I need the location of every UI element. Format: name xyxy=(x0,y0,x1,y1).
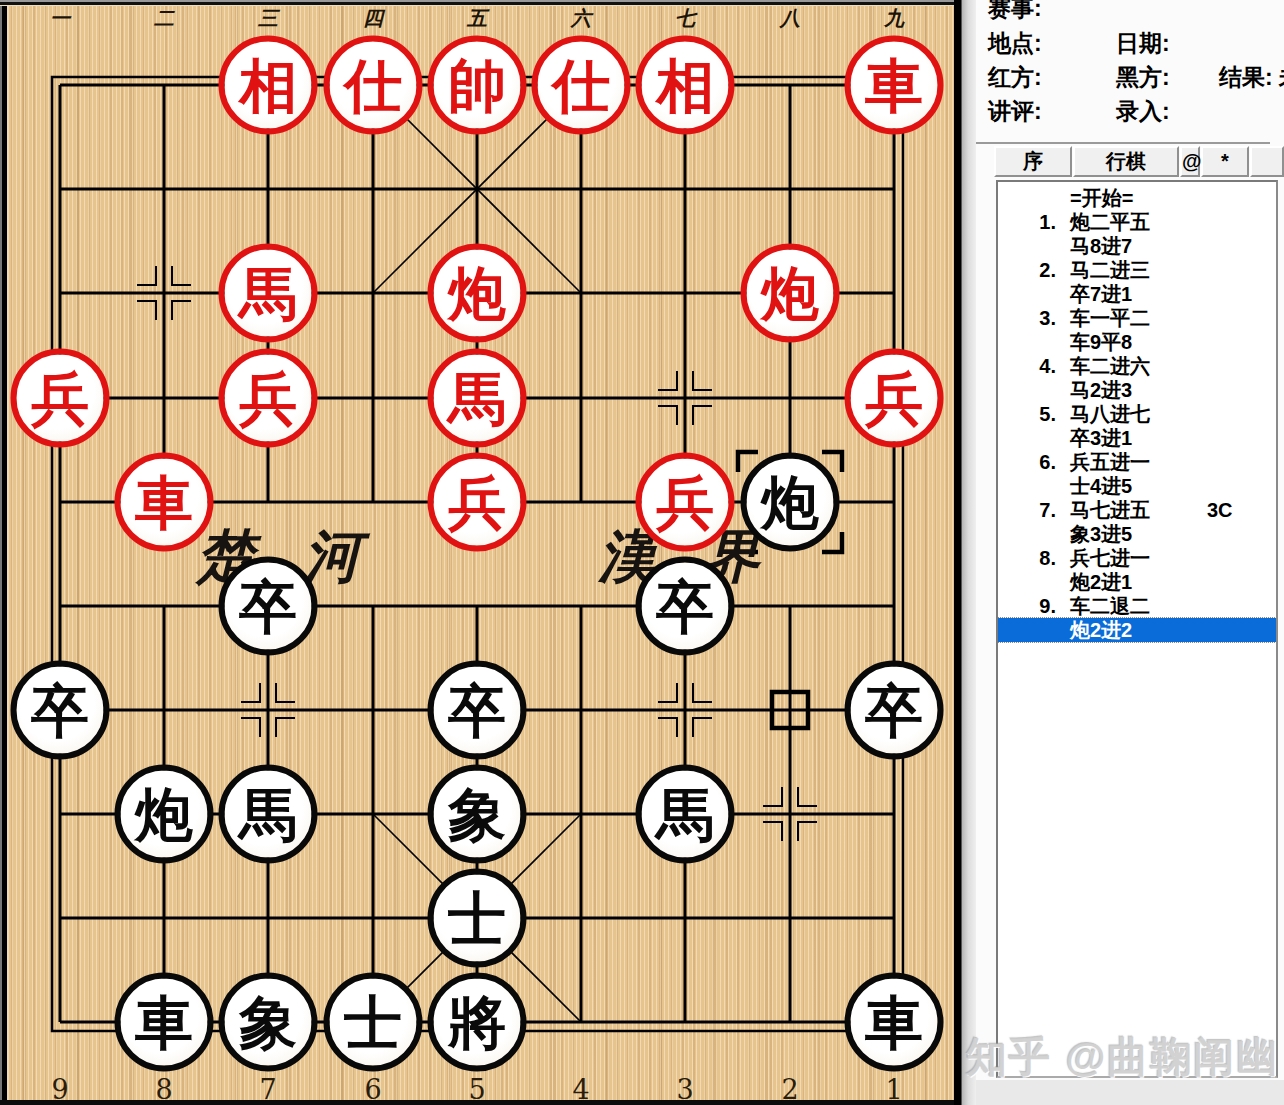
move-text: 马八进七 xyxy=(1070,402,1150,426)
move-text: 炮2进1 xyxy=(1070,570,1132,594)
piece-red-仕[interactable]: 仕 xyxy=(532,36,631,135)
piece-black-卒[interactable]: 卒 xyxy=(11,661,110,760)
piece-red-兵[interactable]: 兵 xyxy=(219,349,318,448)
piece-red-相[interactable]: 相 xyxy=(219,36,318,135)
file-label-1: 一 xyxy=(50,5,70,32)
file-label-8: 八 xyxy=(780,5,800,32)
move-row[interactable]: 5.马八进七 xyxy=(998,402,1276,426)
file-label-5: 五 xyxy=(467,5,487,32)
move-text: 卒7进1 xyxy=(1070,282,1132,306)
piece-red-相[interactable]: 相 xyxy=(636,36,735,135)
move-text: 马2进3 xyxy=(1070,378,1132,402)
piece-black-象[interactable]: 象 xyxy=(428,765,527,864)
piece-red-仕[interactable]: 仕 xyxy=(324,36,423,135)
move-row[interactable]: 1.炮二平五 xyxy=(998,210,1276,234)
move-row[interactable]: 8.兵七进一 xyxy=(998,546,1276,570)
date-label: 日期: xyxy=(1116,28,1170,59)
piece-red-車[interactable]: 車 xyxy=(115,453,214,552)
file-label-4: 四 xyxy=(363,5,383,32)
move-text: 马二进三 xyxy=(1070,258,1150,282)
move-text: 炮二平五 xyxy=(1070,210,1150,234)
piece-black-炮[interactable]: 炮 xyxy=(115,765,214,864)
move-list[interactable]: =开始=1.炮二平五马8进72.马二进三卒7进13.车一平二车9平84.车二进六… xyxy=(996,180,1278,1078)
move-table-header-*[interactable]: * xyxy=(1201,146,1249,177)
event-label: 赛事: xyxy=(988,0,1042,21)
file-label-9: 九 xyxy=(884,5,904,32)
result-label-group: 结果: 未 xyxy=(1219,62,1284,93)
move-row[interactable]: 7.马七进五3C xyxy=(998,498,1276,522)
move-table-header-@[interactable]: @ xyxy=(1180,146,1200,177)
piece-black-士[interactable]: 士 xyxy=(428,869,527,968)
file-label-3: 三 xyxy=(258,5,278,32)
move-text: 兵五进一 xyxy=(1070,450,1150,474)
piece-red-兵[interactable]: 兵 xyxy=(845,349,944,448)
move-number: 1. xyxy=(998,210,1056,234)
piece-red-炮[interactable]: 炮 xyxy=(428,244,527,343)
info-line-site-date: 地点: 日期: xyxy=(988,28,1042,59)
piece-black-炮[interactable]: 炮 xyxy=(741,453,840,552)
move-row[interactable]: 2.马二进三 xyxy=(998,258,1276,282)
piece-black-卒[interactable]: 卒 xyxy=(219,557,318,656)
move-number: 6. xyxy=(998,450,1056,474)
piece-black-士[interactable]: 士 xyxy=(324,973,423,1072)
piece-black-車[interactable]: 車 xyxy=(845,973,944,1072)
move-row[interactable]: 车9平8 xyxy=(998,330,1276,354)
board-frame-bottom xyxy=(0,1100,962,1105)
move-text: 兵七进一 xyxy=(1070,546,1150,570)
move-row[interactable]: 6.兵五进一 xyxy=(998,450,1276,474)
result-value: 未 xyxy=(1279,64,1284,90)
file-label-6: 六 xyxy=(571,5,591,32)
move-table-header-行棋[interactable]: 行棋 xyxy=(1073,146,1179,177)
move-annotation: 3C xyxy=(1207,498,1233,522)
xiangqi-board[interactable]: 一二三四五六七八九 987654321 楚河漢界 相仕帥仕相車馬炮炮兵兵馬兵車兵… xyxy=(0,0,962,1105)
xiangqi-app-window: 一二三四五六七八九 987654321 楚河漢界 相仕帥仕相車馬炮炮兵兵馬兵車兵… xyxy=(0,0,1284,1105)
piece-black-象[interactable]: 象 xyxy=(219,973,318,1072)
info-line-comment-entry: 讲评: 录入: xyxy=(988,96,1042,127)
move-text: 马8进7 xyxy=(1070,234,1132,258)
panel-gutter xyxy=(962,0,976,1105)
piece-red-炮[interactable]: 炮 xyxy=(741,244,840,343)
zhihu-watermark: 知乎 @曲鞠阐幽 xyxy=(966,1030,1284,1085)
move-row[interactable]: 士4进5 xyxy=(998,474,1276,498)
table-top-divider xyxy=(976,142,1270,144)
move-number: 8. xyxy=(998,546,1056,570)
piece-red-兵[interactable]: 兵 xyxy=(428,453,527,552)
result-label: 结果: xyxy=(1219,64,1273,90)
move-row[interactable]: 炮2进1 xyxy=(998,570,1276,594)
move-row[interactable]: 马2进3 xyxy=(998,378,1276,402)
piece-red-馬[interactable]: 馬 xyxy=(219,244,318,343)
move-row-start[interactable]: =开始= xyxy=(998,186,1276,210)
board-frame-top xyxy=(0,0,962,6)
move-text: 士4进5 xyxy=(1070,474,1132,498)
red-player-label: 红方: xyxy=(988,64,1042,90)
site-label: 地点: xyxy=(988,30,1042,56)
file-label-2: 二 xyxy=(154,5,174,32)
piece-red-車[interactable]: 車 xyxy=(845,36,944,135)
info-line-players-result: 红方: 黑方: 结果: 未 xyxy=(988,62,1042,93)
black-player-label: 黑方: xyxy=(1116,62,1170,93)
move-text: 炮2进2 xyxy=(1070,618,1132,642)
file-label-7: 七 xyxy=(675,5,695,32)
move-row[interactable]: 卒7进1 xyxy=(998,282,1276,306)
piece-red-兵[interactable]: 兵 xyxy=(636,453,735,552)
move-text: 车9平8 xyxy=(1070,330,1132,354)
piece-red-兵[interactable]: 兵 xyxy=(11,349,110,448)
move-number: 7. xyxy=(998,498,1056,522)
piece-black-馬[interactable]: 馬 xyxy=(636,765,735,864)
move-text: 车一平二 xyxy=(1070,306,1150,330)
move-row[interactable]: 4.车二进六 xyxy=(998,354,1276,378)
comment-label: 讲评: xyxy=(988,98,1042,124)
piece-black-卒[interactable]: 卒 xyxy=(428,661,527,760)
board-frame-left xyxy=(0,0,8,1105)
move-row[interactable]: 3.车一平二 xyxy=(998,306,1276,330)
move-row[interactable]: 9.车二退二 xyxy=(998,594,1276,618)
move-text: 象3进5 xyxy=(1070,522,1132,546)
piece-black-車[interactable]: 車 xyxy=(115,973,214,1072)
move-table-header-extra[interactable] xyxy=(1250,146,1284,177)
move-number: 3. xyxy=(998,306,1056,330)
move-number: 2. xyxy=(998,258,1056,282)
entry-label: 录入: xyxy=(1116,96,1170,127)
piece-black-將[interactable]: 將 xyxy=(428,973,527,1072)
piece-red-馬[interactable]: 馬 xyxy=(428,349,527,448)
piece-red-帥[interactable]: 帥 xyxy=(428,36,527,135)
move-text: 车二退二 xyxy=(1070,594,1150,618)
move-row[interactable]: 马8进7 xyxy=(998,234,1276,258)
move-text: 马七进五 xyxy=(1070,498,1150,522)
board-frame-right xyxy=(954,0,962,1105)
info-line-event: 赛事: xyxy=(988,0,1042,24)
move-row[interactable]: 炮2进2 xyxy=(998,618,1276,642)
move-number: 4. xyxy=(998,354,1056,378)
move-text: 车二进六 xyxy=(1070,354,1150,378)
move-text: 卒3进1 xyxy=(1070,426,1132,450)
move-table-header: 序行棋@* xyxy=(994,146,1284,177)
move-number: 5. xyxy=(998,402,1056,426)
piece-black-卒[interactable]: 卒 xyxy=(845,661,944,760)
piece-black-馬[interactable]: 馬 xyxy=(219,765,318,864)
move-number: 9. xyxy=(998,594,1056,618)
move-row[interactable]: 卒3进1 xyxy=(998,426,1276,450)
move-row[interactable]: 象3进5 xyxy=(998,522,1276,546)
move-text: =开始= xyxy=(1070,186,1133,210)
move-table-header-序[interactable]: 序 xyxy=(994,146,1072,177)
piece-black-卒[interactable]: 卒 xyxy=(636,557,735,656)
game-info-panel: 赛事: 地点: 日期: 红方: 黑方: 结果: 未 讲评: 录入: 序行棋@* … xyxy=(962,0,1284,1105)
